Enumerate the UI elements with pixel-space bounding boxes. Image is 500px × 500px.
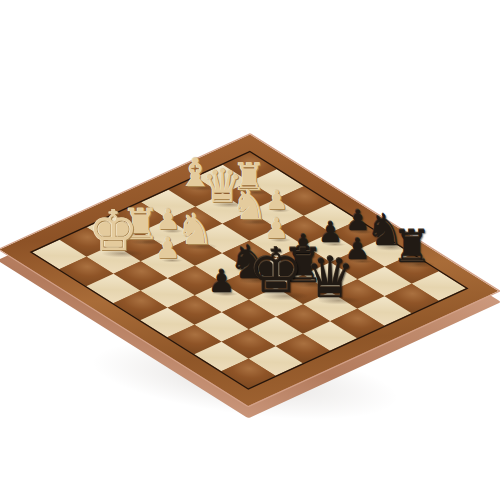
piece-black-rook[interactable]: ♜ (392, 224, 432, 269)
piece-black-king[interactable]: ♚ (248, 240, 304, 302)
piece-black-pawn[interactable]: ♟ (208, 266, 236, 297)
product-photo-stage: ♟♞♜♜♟♟♟♝♛♞♟♟♜♛♟♞♞♚♜♟♟♚ (0, 0, 500, 500)
piece-white-knight[interactable]: ♞ (176, 208, 215, 251)
piece-black-queen[interactable]: ♛ (305, 250, 355, 306)
piece-white-pawn[interactable]: ♟ (155, 234, 181, 263)
piece-white-knight[interactable]: ♞ (231, 185, 268, 226)
piece-white-king[interactable]: ♚ (88, 203, 138, 259)
piece-white-pawn[interactable]: ♟ (265, 187, 288, 213)
